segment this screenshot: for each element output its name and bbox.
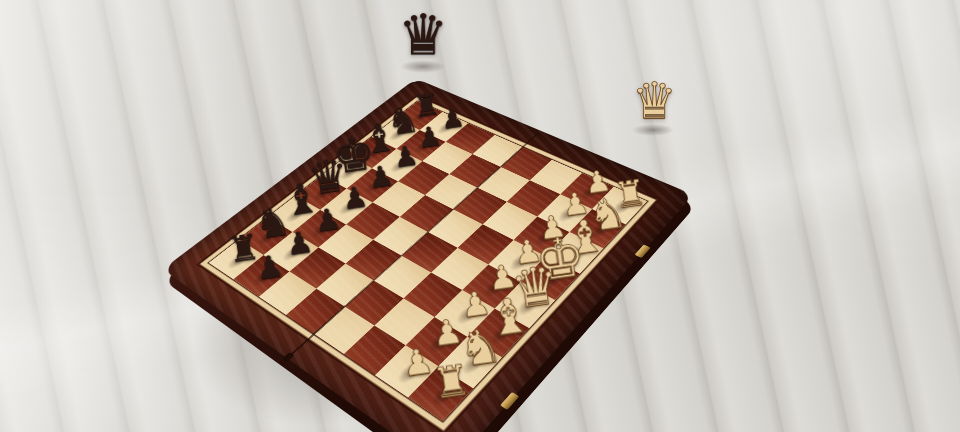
black-pawn-g7[interactable]: ♟ <box>416 123 443 152</box>
black-pawn-c7[interactable]: ♟ <box>313 205 343 236</box>
black-pawn-e7[interactable]: ♟ <box>366 162 395 192</box>
board-frame: ♜♞♝♛♚♝♞♜♟♟♟♟♟♟♟♟♟♟♟♟♟♟♟♟♜♞♝♛♚♝♞♜ <box>163 78 694 432</box>
perspective-wrapper: ♜♞♝♛♚♝♞♜♟♟♟♟♟♟♟♟♟♟♟♟♟♟♟♟♜♞♝♛♚♝♞♜ <box>0 0 960 432</box>
board-squares-grid: ♜♞♝♛♚♝♞♜♟♟♟♟♟♟♟♟♟♟♟♟♟♟♟♟♜♞♝♛♚♝♞♜ <box>209 101 647 421</box>
black-pawn-a7[interactable]: ♟ <box>254 251 285 284</box>
black-pawn-b7[interactable]: ♟ <box>284 227 315 259</box>
black-pawn-f7[interactable]: ♟ <box>392 142 420 171</box>
board-rotation-wrapper: ♜♞♝♛♚♝♞♜♟♟♟♟♟♟♟♟♟♟♟♟♟♟♟♟♜♞♝♛♚♝♞♜ <box>0 0 960 432</box>
extra-black-queen[interactable]: ♛ <box>398 8 448 61</box>
black-pawn-h7[interactable]: ♟ <box>439 105 466 133</box>
white-rook-a1[interactable]: ♜ <box>430 360 473 405</box>
black-pawn-d7[interactable]: ♟ <box>340 183 369 214</box>
chess-board: ♜♞♝♛♚♝♞♜♟♟♟♟♟♟♟♟♟♟♟♟♟♟♟♟♜♞♝♛♚♝♞♜ <box>163 78 694 432</box>
floor: ♜♞♝♛♚♝♞♜♟♟♟♟♟♟♟♟♟♟♟♟♟♟♟♟♜♞♝♛♚♝♞♜ ♛ ♛ <box>0 0 960 432</box>
extra-white-queen[interactable]: ♛ <box>632 78 677 126</box>
maple-border: ♜♞♝♛♚♝♞♜♟♟♟♟♟♟♟♟♟♟♟♟♟♟♟♟♜♞♝♛♚♝♞♜ <box>198 96 657 432</box>
